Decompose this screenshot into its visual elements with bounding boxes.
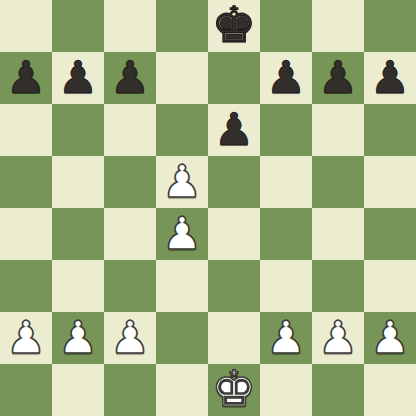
square-a6[interactable]	[0, 104, 52, 156]
square-b6[interactable]	[52, 104, 104, 156]
square-e3[interactable]	[208, 260, 260, 312]
square-g5[interactable]	[312, 156, 364, 208]
square-a4[interactable]	[0, 208, 52, 260]
square-f7[interactable]: ♟	[260, 52, 312, 104]
square-e7[interactable]	[208, 52, 260, 104]
white-pawn[interactable]: ♟	[58, 315, 98, 360]
square-a8[interactable]	[0, 0, 52, 52]
square-b2[interactable]: ♟	[52, 312, 104, 364]
square-h3[interactable]	[364, 260, 416, 312]
square-f2[interactable]: ♟	[260, 312, 312, 364]
square-h7[interactable]: ♟	[364, 52, 416, 104]
square-f5[interactable]	[260, 156, 312, 208]
square-b5[interactable]	[52, 156, 104, 208]
square-g7[interactable]: ♟	[312, 52, 364, 104]
square-c3[interactable]	[104, 260, 156, 312]
square-a2[interactable]: ♟	[0, 312, 52, 364]
square-a3[interactable]	[0, 260, 52, 312]
chess-board: ♚♟♟♟♟♟♟♟♟♟♟♟♟♟♟♟♚	[0, 0, 416, 416]
square-e5[interactable]	[208, 156, 260, 208]
square-e6[interactable]: ♟	[208, 104, 260, 156]
white-pawn[interactable]: ♟	[266, 315, 306, 360]
black-pawn[interactable]: ♟	[370, 55, 410, 100]
square-h1[interactable]	[364, 364, 416, 416]
square-e4[interactable]	[208, 208, 260, 260]
square-g4[interactable]	[312, 208, 364, 260]
black-pawn[interactable]: ♟	[214, 107, 254, 152]
white-king[interactable]: ♚	[212, 364, 257, 414]
square-c1[interactable]	[104, 364, 156, 416]
square-d1[interactable]	[156, 364, 208, 416]
square-e8[interactable]: ♚	[208, 0, 260, 52]
square-b1[interactable]	[52, 364, 104, 416]
white-pawn[interactable]: ♟	[318, 315, 358, 360]
white-pawn[interactable]: ♟	[6, 315, 46, 360]
square-h8[interactable]	[364, 0, 416, 52]
square-h5[interactable]	[364, 156, 416, 208]
square-h4[interactable]	[364, 208, 416, 260]
black-pawn[interactable]: ♟	[58, 55, 98, 100]
white-pawn[interactable]: ♟	[110, 315, 150, 360]
square-h2[interactable]: ♟	[364, 312, 416, 364]
black-pawn[interactable]: ♟	[318, 55, 358, 100]
square-f3[interactable]	[260, 260, 312, 312]
white-pawn[interactable]: ♟	[370, 315, 410, 360]
square-a1[interactable]	[0, 364, 52, 416]
square-d8[interactable]	[156, 0, 208, 52]
square-g2[interactable]: ♟	[312, 312, 364, 364]
square-b3[interactable]	[52, 260, 104, 312]
square-c2[interactable]: ♟	[104, 312, 156, 364]
black-pawn[interactable]: ♟	[266, 55, 306, 100]
square-d3[interactable]	[156, 260, 208, 312]
square-e1[interactable]: ♚	[208, 364, 260, 416]
square-c8[interactable]	[104, 0, 156, 52]
square-f1[interactable]	[260, 364, 312, 416]
square-d2[interactable]	[156, 312, 208, 364]
square-h6[interactable]	[364, 104, 416, 156]
square-f4[interactable]	[260, 208, 312, 260]
square-c6[interactable]	[104, 104, 156, 156]
square-b8[interactable]	[52, 0, 104, 52]
white-pawn[interactable]: ♟	[162, 159, 202, 204]
square-d6[interactable]	[156, 104, 208, 156]
square-f8[interactable]	[260, 0, 312, 52]
square-b4[interactable]	[52, 208, 104, 260]
white-pawn[interactable]: ♟	[162, 211, 202, 256]
square-g8[interactable]	[312, 0, 364, 52]
black-king[interactable]: ♚	[212, 0, 257, 50]
square-c4[interactable]	[104, 208, 156, 260]
square-a7[interactable]: ♟	[0, 52, 52, 104]
square-d5[interactable]: ♟	[156, 156, 208, 208]
square-g6[interactable]	[312, 104, 364, 156]
square-g3[interactable]	[312, 260, 364, 312]
square-c5[interactable]	[104, 156, 156, 208]
square-e2[interactable]	[208, 312, 260, 364]
square-d4[interactable]: ♟	[156, 208, 208, 260]
square-d7[interactable]	[156, 52, 208, 104]
square-b7[interactable]: ♟	[52, 52, 104, 104]
black-pawn[interactable]: ♟	[110, 55, 150, 100]
square-c7[interactable]: ♟	[104, 52, 156, 104]
square-a5[interactable]	[0, 156, 52, 208]
square-f6[interactable]	[260, 104, 312, 156]
square-g1[interactable]	[312, 364, 364, 416]
black-pawn[interactable]: ♟	[6, 55, 46, 100]
